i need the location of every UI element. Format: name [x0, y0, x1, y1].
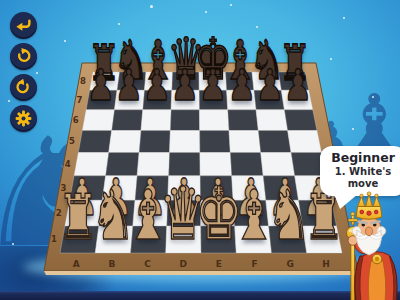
settings-button[interactable]: [10, 105, 37, 132]
file-label-h: H: [322, 259, 330, 269]
file-label-g: G: [287, 259, 294, 269]
square-b6[interactable]: [112, 110, 143, 131]
square-b5[interactable]: [109, 131, 141, 153]
square-f6[interactable]: [228, 110, 259, 131]
game-screen: ♞ ♟ ♝ ABCDEFGH87654321 ♜♞♝♛♚♝♞♜♟♟♟♟♟♟♟♟♟…: [0, 0, 400, 300]
square-h6[interactable]: [284, 110, 317, 131]
file-label-d: D: [180, 259, 187, 269]
move-status: 1. White's move: [324, 166, 400, 190]
restart-icon: [14, 47, 33, 66]
rank-label-6: 6: [73, 115, 79, 125]
piece-black-pawn-a7[interactable]: ♟: [86, 64, 114, 107]
square-d5[interactable]: [169, 131, 199, 153]
difficulty-label: Beginner: [324, 151, 400, 165]
piece-black-pawn-b7[interactable]: ♟: [115, 64, 143, 107]
rank-label-1: 1: [51, 234, 57, 244]
piece-black-pawn-h7[interactable]: ♟: [284, 64, 312, 107]
toolbar: [10, 12, 37, 132]
file-label-c: C: [144, 259, 151, 269]
hint-bubble: Beginner 1. White's move: [320, 146, 400, 196]
piece-black-pawn-d7[interactable]: ♟: [171, 64, 199, 107]
restart-button[interactable]: [10, 43, 37, 70]
square-e5[interactable]: [200, 131, 231, 153]
piece-black-pawn-e7[interactable]: ♟: [199, 64, 227, 107]
file-label-e: E: [216, 259, 222, 269]
file-label-a: A: [73, 259, 80, 269]
rank-label-5: 5: [69, 136, 75, 146]
piece-black-pawn-c7[interactable]: ♟: [143, 64, 171, 107]
square-a6[interactable]: [82, 110, 114, 131]
piece-black-pawn-f7[interactable]: ♟: [228, 64, 256, 107]
frame-edge-highlight: [44, 271, 358, 275]
square-g6[interactable]: [256, 110, 288, 131]
king-mascot: [338, 190, 400, 300]
undo-button[interactable]: [10, 74, 37, 101]
gear-icon: [14, 109, 33, 128]
square-a5[interactable]: [78, 131, 111, 153]
square-c6[interactable]: [141, 110, 171, 131]
rank-label-8: 8: [80, 76, 86, 86]
back-button[interactable]: [10, 12, 37, 39]
square-d6[interactable]: [170, 110, 199, 131]
file-label-f: F: [252, 259, 258, 269]
square-f5[interactable]: [229, 131, 261, 153]
undo-arrow-icon: [14, 78, 33, 97]
square-g5[interactable]: [258, 131, 291, 153]
square-c5[interactable]: [139, 131, 170, 153]
piece-black-pawn-g7[interactable]: ♟: [256, 64, 284, 107]
file-label-b: B: [108, 259, 115, 269]
square-h5[interactable]: [288, 131, 322, 153]
rank-label-7: 7: [76, 95, 82, 105]
square-e6[interactable]: [199, 110, 229, 131]
back-arrow-icon: [14, 16, 33, 35]
